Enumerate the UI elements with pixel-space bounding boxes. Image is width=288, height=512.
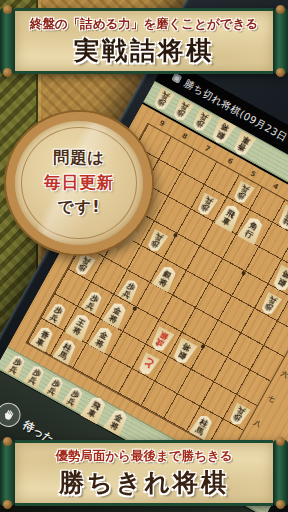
scroll-knob	[3, 500, 12, 509]
bottom-banner-subtitle: 優勢局面から最後まで勝ちきる	[55, 448, 232, 465]
scroll-knob	[276, 500, 285, 509]
scroll-end-right	[273, 8, 288, 74]
hand-piece-歩-gote[interactable]: 歩兵	[150, 86, 175, 113]
hand-piece-歩-gote[interactable]: 歩兵	[170, 96, 195, 123]
star-point	[240, 270, 245, 275]
scroll-end-left	[0, 440, 15, 506]
scroll-knob	[276, 437, 285, 446]
scroll-knob	[3, 437, 12, 446]
hand-piece-歩-gote[interactable]: 歩兵	[189, 107, 214, 134]
scroll-knob	[3, 68, 12, 77]
screenshot-root: 勝ち切れ将棋(09月23日 LV0) 歩兵歩兵歩兵銀将香車 987654321 …	[0, 0, 288, 512]
badge-line-2: 毎日更新	[44, 172, 114, 194]
bottom-banner: 優勢局面から最後まで勝ちきる 勝ちきれ将棋	[0, 440, 288, 506]
star-point	[200, 343, 205, 348]
top-banner: 終盤の「詰める力」を磨くことができる 実戦詰将棋	[0, 8, 288, 74]
badge-line-1: 問題は	[53, 148, 104, 169]
badge-line-3: です!	[57, 197, 100, 218]
star-point	[172, 232, 177, 237]
top-banner-subtitle: 終盤の「詰める力」を磨くことができる	[30, 16, 258, 33]
top-banner-title: 実戦詰将棋	[74, 34, 214, 67]
scroll-knob	[276, 5, 285, 14]
scroll-knob	[3, 5, 12, 14]
scroll-knob	[276, 68, 285, 77]
star-point	[132, 306, 137, 311]
bottom-banner-title: 勝ちきれ将棋	[59, 466, 229, 499]
top-banner-body: 終盤の「詰める力」を磨くことができる 実戦詰将棋	[15, 8, 273, 74]
scroll-end-left	[0, 8, 15, 74]
scroll-end-right	[273, 440, 288, 506]
hand-icon	[0, 398, 24, 431]
daily-update-badge: 問題は 毎日更新 です!	[6, 112, 152, 254]
bottom-banner-body: 優勢局面から最後まで勝ちきる 勝ちきれ将棋	[15, 440, 273, 506]
